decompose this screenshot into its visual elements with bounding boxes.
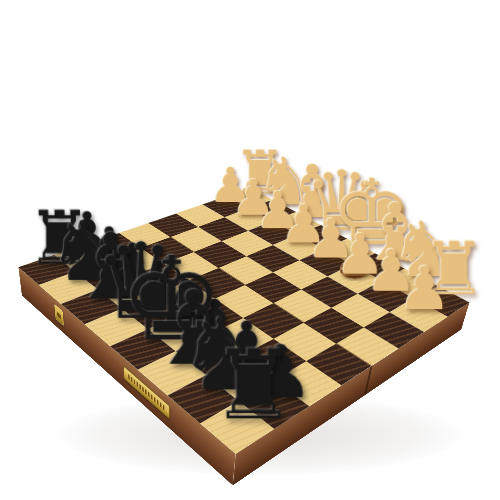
chess-set-photo: ♜♞♝♛♚♝♞♜♟♟♟♟♟♟♟♟♟♟♟♟♟♟♟♟♜♞♝♛♚♝♞♜	[0, 0, 500, 500]
black-rook: ♜	[27, 207, 67, 269]
white-rook: ♜	[234, 148, 266, 198]
scene: ♜♞♝♛♚♝♞♜♟♟♟♟♟♟♟♟♟♟♟♟♟♟♟♟♜♞♝♛♚♝♞♜	[0, 0, 500, 500]
chess-board: ♜♞♝♛♚♝♞♜♟♟♟♟♟♟♟♟♟♟♟♟♟♟♟♟♜♞♝♛♚♝♞♜	[18, 188, 469, 454]
board-squares: ♜♞♝♛♚♝♞♜♟♟♟♟♟♟♟♟♟♟♟♟♟♟♟♟♜♞♝♛♚♝♞♜	[18, 188, 469, 454]
wooden-disc	[340, 259, 369, 278]
square-f5	[243, 303, 303, 339]
brass-latch	[54, 304, 64, 327]
fold-seam-side	[364, 365, 373, 396]
white-rook: ♜	[422, 239, 462, 301]
black-pawn: ♟	[62, 209, 101, 257]
